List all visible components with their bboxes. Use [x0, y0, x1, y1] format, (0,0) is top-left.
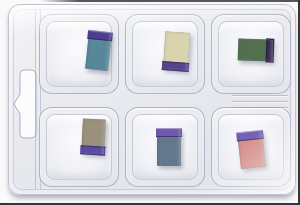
item-cream-miniature	[163, 31, 191, 71]
item-slate-miniature	[157, 129, 181, 166]
item-teal-miniature	[85, 31, 112, 71]
compartment-r1c1	[39, 14, 119, 94]
item-green-miniature	[238, 38, 274, 61]
item-pink-miniature	[237, 131, 266, 169]
compartment-r1c2	[125, 14, 205, 94]
tray-flange-line	[35, 10, 36, 189]
compartment-tray	[39, 14, 291, 187]
compartment-r2c3	[211, 107, 291, 187]
photo-border-bottom	[0, 203, 300, 205]
photo-border-top	[40, 0, 300, 2]
product-photo	[0, 0, 300, 205]
blister-pack	[8, 4, 296, 195]
compartment-r2c1	[39, 107, 119, 187]
compartment-r1c3	[211, 14, 291, 94]
binding-band	[87, 30, 113, 42]
binding-band	[266, 38, 275, 62]
binding-band	[156, 128, 182, 137]
compartment-r2c2	[125, 107, 205, 187]
photo-border-right	[298, 0, 300, 205]
binding-band	[162, 61, 190, 72]
item-khaki-miniature	[81, 118, 106, 154]
binding-band	[236, 130, 264, 142]
binding-band	[80, 145, 105, 155]
